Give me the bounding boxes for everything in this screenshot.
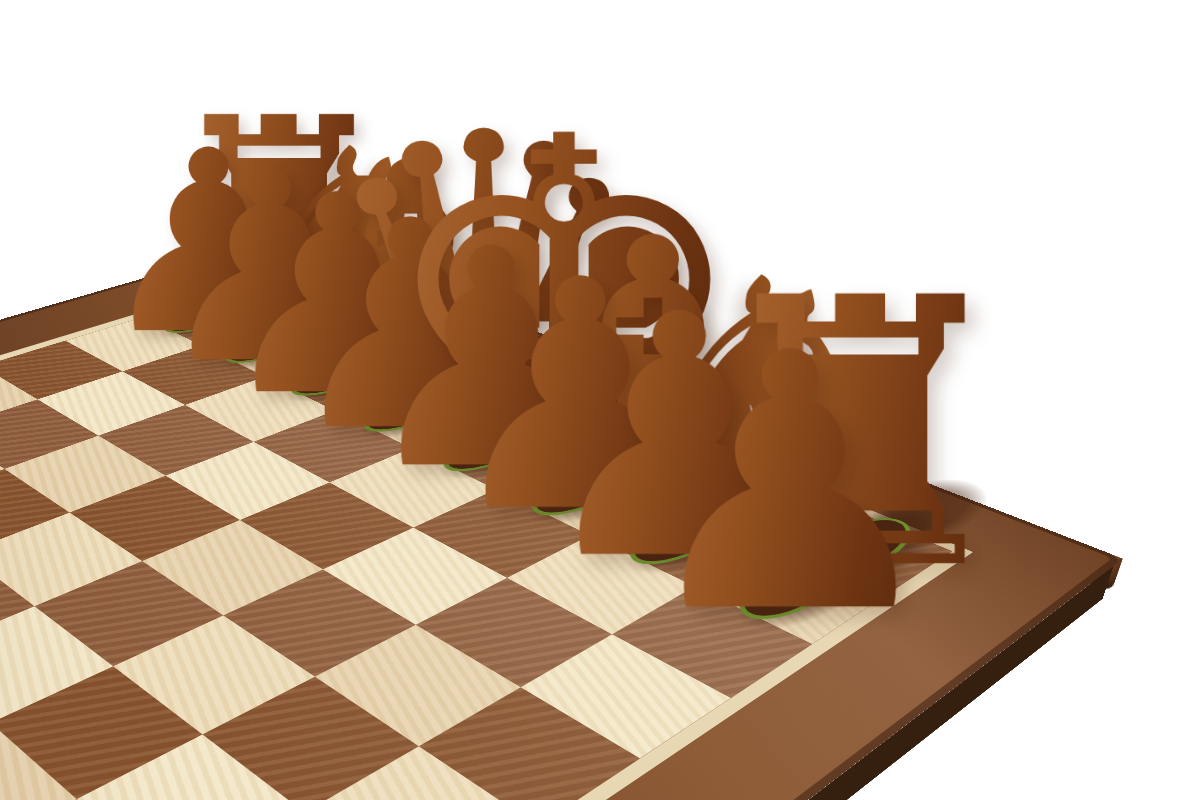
chess-board: ♜♞♝♛♚♝♞♜♟♟♟♟♟♟♟♟: [0, 236, 1123, 800]
photo-scene: ♜♞♝♛♚♝♞♜♟♟♟♟♟♟♟♟: [0, 0, 1200, 800]
piece-black-pawn-h7[interactable]: ♟: [628, 395, 953, 590]
